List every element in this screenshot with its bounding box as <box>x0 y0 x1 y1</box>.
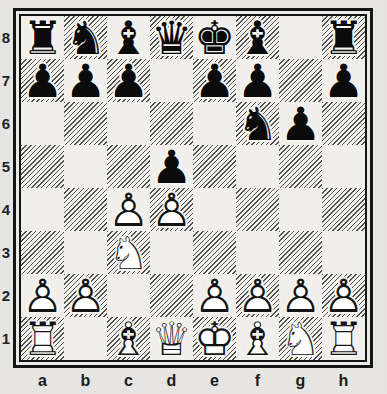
piece-white-pawn: ♙ <box>193 274 236 317</box>
piece-black-knight: ♞ <box>237 101 278 147</box>
square-a1: ♜♖ <box>21 317 64 360</box>
rank-label-4: 4 <box>0 188 12 231</box>
chess-board: ♜♞♝♛♚♝♜♟♟♟♟♟♟♞♟♟♟♙♟♙♞♘♟♙♟♙♟♙♟♙♟♙♟♙♜♖♝♗♛♕… <box>13 8 373 368</box>
square-b1 <box>64 317 107 360</box>
square-g2: ♟♙ <box>279 274 322 317</box>
square-h5 <box>322 145 365 188</box>
square-h8: ♜ <box>322 16 365 59</box>
square-d3 <box>150 231 193 274</box>
piece-white-knight: ♘ <box>279 317 322 360</box>
square-d7 <box>150 59 193 102</box>
piece-black-pawn: ♟ <box>323 58 364 104</box>
piece-black-pawn: ♟ <box>280 101 321 147</box>
square-d6 <box>150 102 193 145</box>
square-c7: ♟ <box>107 59 150 102</box>
square-e1: ♚♔ <box>193 317 236 360</box>
square-f4 <box>236 188 279 231</box>
square-h4 <box>322 188 365 231</box>
square-a2: ♟♙ <box>21 274 64 317</box>
piece-white-pawn: ♙ <box>236 274 279 317</box>
square-b2: ♟♙ <box>64 274 107 317</box>
piece-white-pawn: ♙ <box>107 188 150 231</box>
piece-white-king: ♔ <box>193 317 236 360</box>
file-label-d: d <box>150 371 193 392</box>
square-e8: ♚ <box>193 16 236 59</box>
file-label-b: b <box>64 371 107 392</box>
rank-label-8: 8 <box>0 16 12 59</box>
square-c4: ♟♙ <box>107 188 150 231</box>
square-g4 <box>279 188 322 231</box>
piece-black-pawn: ♟ <box>22 58 63 104</box>
square-e2: ♟♙ <box>193 274 236 317</box>
square-g8 <box>279 16 322 59</box>
file-label-a: a <box>21 371 64 392</box>
rank-label-5: 5 <box>0 145 12 188</box>
square-d2 <box>150 274 193 317</box>
square-e3 <box>193 231 236 274</box>
rank-label-7: 7 <box>0 59 12 102</box>
rank-label-6: 6 <box>0 102 12 145</box>
square-e5 <box>193 145 236 188</box>
piece-white-pawn: ♙ <box>21 274 64 317</box>
piece-black-queen: ♛ <box>151 15 192 61</box>
file-label-f: f <box>236 371 279 392</box>
square-h6 <box>322 102 365 145</box>
square-g5 <box>279 145 322 188</box>
square-c6 <box>107 102 150 145</box>
square-f7: ♟ <box>236 59 279 102</box>
file-label-g: g <box>279 371 322 392</box>
square-a7: ♟ <box>21 59 64 102</box>
piece-white-pawn: ♙ <box>279 274 322 317</box>
square-b7: ♟ <box>64 59 107 102</box>
square-c8: ♝ <box>107 16 150 59</box>
square-c1: ♝♗ <box>107 317 150 360</box>
file-labels: abcdefgh <box>21 371 365 392</box>
chess-board-grid: ♜♞♝♛♚♝♜♟♟♟♟♟♟♞♟♟♟♙♟♙♞♘♟♙♟♙♟♙♟♙♟♙♟♙♜♖♝♗♛♕… <box>21 16 365 360</box>
square-h2: ♟♙ <box>322 274 365 317</box>
square-b6 <box>64 102 107 145</box>
square-f5 <box>236 145 279 188</box>
square-c2 <box>107 274 150 317</box>
square-d5: ♟ <box>150 145 193 188</box>
square-d8: ♛ <box>150 16 193 59</box>
rank-label-3: 3 <box>0 231 12 274</box>
square-a6 <box>21 102 64 145</box>
piece-black-pawn: ♟ <box>65 58 106 104</box>
piece-white-pawn: ♙ <box>322 274 365 317</box>
square-f6: ♞ <box>236 102 279 145</box>
piece-white-bishop: ♗ <box>236 317 279 360</box>
square-h1: ♜♖ <box>322 317 365 360</box>
square-g1: ♞♘ <box>279 317 322 360</box>
square-g7 <box>279 59 322 102</box>
square-b3 <box>64 231 107 274</box>
square-f2: ♟♙ <box>236 274 279 317</box>
square-f1: ♝♗ <box>236 317 279 360</box>
piece-black-pawn: ♟ <box>194 58 235 104</box>
file-label-e: e <box>193 371 236 392</box>
square-b5 <box>64 145 107 188</box>
rank-labels: 87654321 <box>0 16 12 360</box>
rank-label-1: 1 <box>0 317 12 360</box>
square-g6: ♟ <box>279 102 322 145</box>
square-e7: ♟ <box>193 59 236 102</box>
square-b4 <box>64 188 107 231</box>
square-a8: ♜ <box>21 16 64 59</box>
square-d1: ♛♕ <box>150 317 193 360</box>
piece-white-pawn: ♙ <box>150 188 193 231</box>
square-c3: ♞♘ <box>107 231 150 274</box>
piece-white-bishop: ♗ <box>107 317 150 360</box>
piece-white-pawn: ♙ <box>64 274 107 317</box>
piece-white-queen: ♕ <box>150 317 193 360</box>
piece-white-knight: ♘ <box>107 231 150 274</box>
square-a4 <box>21 188 64 231</box>
square-d4: ♟♙ <box>150 188 193 231</box>
chess-board-inner-border: ♜♞♝♛♚♝♜♟♟♟♟♟♟♞♟♟♟♙♟♙♞♘♟♙♟♙♟♙♟♙♟♙♟♙♜♖♝♗♛♕… <box>19 14 367 362</box>
piece-black-pawn: ♟ <box>108 58 149 104</box>
square-f3 <box>236 231 279 274</box>
square-e6 <box>193 102 236 145</box>
square-b8: ♞ <box>64 16 107 59</box>
rank-label-2: 2 <box>0 274 12 317</box>
file-label-h: h <box>322 371 365 392</box>
piece-white-rook: ♖ <box>21 317 64 360</box>
square-f8: ♝ <box>236 16 279 59</box>
file-label-c: c <box>107 371 150 392</box>
piece-white-rook: ♖ <box>322 317 365 360</box>
square-h3 <box>322 231 365 274</box>
square-c5 <box>107 145 150 188</box>
square-a5 <box>21 145 64 188</box>
square-a3 <box>21 231 64 274</box>
square-h7: ♟ <box>322 59 365 102</box>
square-g3 <box>279 231 322 274</box>
square-e4 <box>193 188 236 231</box>
